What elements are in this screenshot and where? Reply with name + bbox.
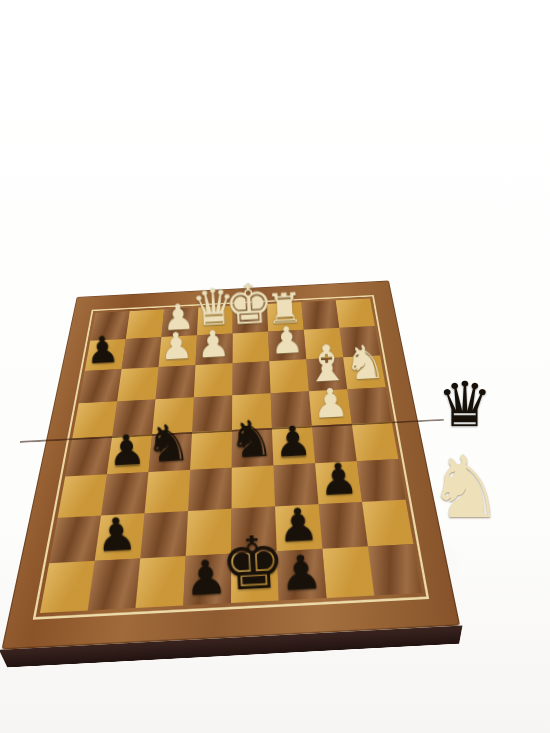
square-a6[interactable] (357, 459, 406, 502)
square-a7[interactable] (362, 500, 413, 547)
product-photo-scene: ♟♛♚♜♟♟♟♟♝♞♟♟♞♞♟♟♟♟♟♚♟ ♛ ♞ (0, 0, 550, 733)
square-d6[interactable] (232, 466, 276, 509)
square-b6[interactable]: ♟ (315, 461, 362, 504)
square-c3[interactable] (269, 359, 309, 393)
square-e6[interactable] (188, 468, 232, 511)
square-h2[interactable]: ♟ (85, 339, 126, 371)
piece-black-pawn-h2[interactable]: ♟ (85, 331, 120, 370)
piece-black-knight-d5[interactable]: ♞ (227, 413, 275, 466)
square-h3[interactable] (79, 369, 122, 403)
chess-board: ♟♛♚♜♟♟♟♟♝♞♟♟♞♞♟♟♟♟♟♚♟ (30, 188, 500, 658)
piece-black-pawn-g7[interactable]: ♟ (95, 511, 138, 559)
piece-black-pawn-c5[interactable]: ♟ (273, 420, 312, 464)
piece-white-pawn-c2[interactable]: ♟ (269, 321, 304, 360)
square-b4[interactable]: ♟ (309, 389, 352, 426)
square-b7[interactable] (319, 502, 368, 549)
square-f7[interactable] (140, 511, 188, 558)
square-d3[interactable] (232, 361, 270, 395)
piece-white-pawn-e2[interactable]: ♟ (196, 325, 231, 364)
square-a8[interactable] (368, 544, 422, 595)
square-f5[interactable]: ♞ (148, 432, 192, 472)
piece-black-knight-f5[interactable]: ♞ (144, 417, 192, 470)
square-h7[interactable] (49, 516, 101, 564)
square-a1[interactable] (336, 299, 375, 328)
square-d5[interactable]: ♞ (232, 428, 274, 468)
square-c5[interactable]: ♟ (272, 426, 315, 466)
square-a3[interactable]: ♞ (343, 355, 386, 389)
board-grid: ♟♛♚♜♟♟♟♟♝♞♟♟♞♞♟♟♟♟♟♚♟ (40, 299, 422, 613)
square-g2[interactable] (122, 337, 162, 369)
piece-black-pawn-g5[interactable]: ♟ (107, 429, 146, 473)
square-g8[interactable] (88, 558, 141, 610)
square-d2[interactable] (232, 332, 269, 364)
square-c2[interactable]: ♟ (268, 330, 306, 362)
piece-white-knight-a3[interactable]: ♞ (343, 339, 388, 388)
square-f3[interactable] (155, 365, 195, 399)
square-h5[interactable] (65, 436, 112, 476)
square-a5[interactable] (352, 422, 399, 462)
square-e2[interactable]: ♟ (195, 333, 232, 365)
square-b8[interactable] (322, 546, 374, 597)
board-3d: ♟♛♚♜♟♟♟♟♝♞♟♟♞♞♟♟♟♟♟♚♟ (1, 281, 460, 650)
piece-black-pawn-b6[interactable]: ♟ (318, 457, 359, 502)
square-c8[interactable]: ♟ (277, 549, 327, 601)
square-d1[interactable]: ♚ (233, 304, 269, 333)
square-f6[interactable] (145, 470, 191, 513)
offboard-piece-white-knight[interactable]: ♞ (427, 444, 504, 530)
square-e5[interactable] (190, 430, 232, 470)
square-f2[interactable]: ♟ (159, 335, 197, 367)
square-h8[interactable] (40, 561, 95, 613)
board-frame: ♟♛♚♜♟♟♟♟♝♞♟♟♞♞♟♟♟♟♟♚♟ (1, 281, 460, 650)
square-b1[interactable] (301, 300, 339, 329)
offboard-piece-black-queen[interactable]: ♛ (437, 374, 493, 436)
square-g3[interactable] (117, 367, 158, 401)
piece-white-pawn-f2[interactable]: ♟ (159, 327, 194, 366)
square-g7[interactable]: ♟ (95, 513, 145, 560)
piece-black-pawn-c8[interactable]: ♟ (279, 548, 324, 598)
square-f8[interactable] (135, 556, 185, 608)
square-d8[interactable]: ♚ (231, 551, 279, 603)
piece-black-king-d8[interactable]: ♚ (218, 525, 287, 601)
square-e3[interactable] (194, 363, 233, 397)
square-a4[interactable] (347, 387, 391, 423)
piece-white-pawn-b4[interactable]: ♟ (312, 382, 350, 424)
